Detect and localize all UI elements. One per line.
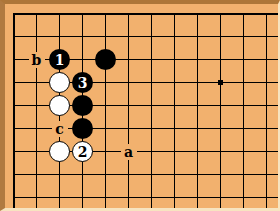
grid-line-vertical (105, 13, 106, 209)
stone-black-move-1: 1 (49, 49, 70, 70)
stone-white (49, 141, 70, 162)
grid-line-vertical (36, 13, 37, 209)
grid-line-vertical (174, 13, 175, 209)
grid-line-horizontal (13, 36, 279, 37)
go-board: bca132 (5, 4, 278, 208)
grid-line-vertical (151, 13, 152, 209)
grid-line-horizontal (13, 13, 279, 15)
stone-black-move-3: 3 (72, 72, 93, 93)
go-board-frame: bca132 (0, 0, 280, 211)
stone-black (72, 118, 93, 139)
stone-black (72, 95, 93, 116)
star-point (218, 80, 223, 85)
grid-line-horizontal (13, 174, 279, 175)
grid-line-vertical (243, 13, 244, 209)
grid-line-vertical (266, 13, 267, 209)
stone-black (95, 49, 116, 70)
stone-white-move-2: 2 (72, 141, 93, 162)
point-label-a: a (121, 144, 137, 160)
grid-line-horizontal (13, 197, 279, 198)
point-label-c: c (52, 121, 68, 137)
grid-line-vertical (220, 13, 221, 209)
point-label-b: b (29, 52, 45, 68)
stone-white (49, 72, 70, 93)
stone-white (49, 95, 70, 116)
grid-line-vertical (128, 13, 129, 209)
grid-line-vertical (197, 13, 198, 209)
grid-line-vertical (13, 13, 15, 209)
